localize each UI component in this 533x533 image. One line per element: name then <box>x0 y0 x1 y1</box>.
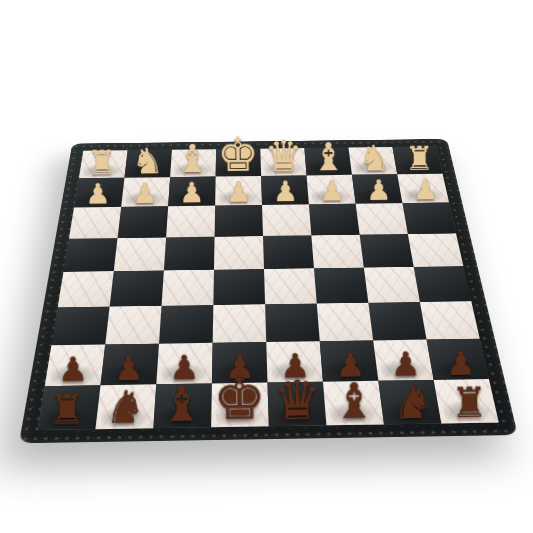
white-pawn: ♟ <box>272 178 298 206</box>
square-b3 <box>356 203 408 234</box>
square-b1: ♞ <box>348 147 397 175</box>
white-pawn: ♟ <box>132 179 158 207</box>
square-c2: ♟ <box>307 175 356 205</box>
black-queen: ♛ <box>273 373 322 428</box>
black-knight: ♞ <box>392 380 433 425</box>
chess-set-photo: ♜♞♝♚♛♝♞♜♟♟♟♟♟♟♟♟♟♟♟♟♟♟♟♟♜♞♝♚♛♝♞♜ <box>0 0 533 533</box>
square-b2: ♟ <box>352 174 402 204</box>
square-a3 <box>402 203 456 234</box>
square-g2: ♟ <box>121 177 170 207</box>
square-h3 <box>69 207 121 239</box>
square-c4 <box>311 235 364 269</box>
white-pawn: ♟ <box>179 179 205 207</box>
square-e6 <box>213 304 267 343</box>
square-f1: ♝ <box>170 149 216 177</box>
square-f3 <box>166 206 215 238</box>
square-e4 <box>214 236 264 270</box>
square-d8: ♛ <box>267 382 326 427</box>
square-f5 <box>162 270 214 306</box>
square-f4 <box>164 237 215 271</box>
square-g5 <box>110 270 164 306</box>
square-a1: ♜ <box>392 146 442 174</box>
square-g7: ♟ <box>101 344 159 386</box>
black-pawn: ♟ <box>58 353 88 387</box>
square-a4 <box>408 233 464 267</box>
square-d5 <box>264 268 317 304</box>
square-b8: ♞ <box>378 380 441 424</box>
black-pawn: ♟ <box>446 347 476 381</box>
board-rim: ♜♞♝♚♛♝♞♜♟♟♟♟♟♟♟♟♟♟♟♟♟♟♟♟♜♞♝♚♛♝♞♜ <box>19 139 518 443</box>
square-b5 <box>364 267 420 303</box>
square-h8: ♜ <box>37 385 100 430</box>
white-bishop: ♝ <box>175 140 210 179</box>
square-c1: ♝ <box>304 148 352 176</box>
square-e8: ♚ <box>211 383 269 428</box>
square-c5 <box>314 268 368 304</box>
square-b4 <box>360 234 414 268</box>
white-pawn: ♟ <box>366 176 391 204</box>
square-g6 <box>105 306 161 345</box>
square-a6 <box>420 301 480 339</box>
white-knight: ♞ <box>358 140 390 176</box>
square-f8: ♝ <box>153 383 212 428</box>
white-rook: ♜ <box>404 142 434 175</box>
white-knight: ♞ <box>131 143 163 179</box>
white-pawn: ♟ <box>319 177 345 205</box>
square-d2: ♟ <box>261 175 309 205</box>
square-g4 <box>114 237 166 271</box>
square-e3 <box>215 205 263 237</box>
white-pawn: ♟ <box>412 176 437 204</box>
chess-board: ♜♞♝♚♛♝♞♜♟♟♟♟♟♟♟♟♟♟♟♟♟♟♟♟♜♞♝♚♛♝♞♜ <box>19 139 518 443</box>
square-h6 <box>51 307 109 346</box>
black-rook: ♜ <box>450 382 487 424</box>
square-d1: ♛ <box>260 148 306 176</box>
square-f6 <box>159 305 213 344</box>
square-c8: ♝ <box>323 381 384 425</box>
black-rook: ♜ <box>48 389 86 431</box>
square-h4 <box>63 238 117 272</box>
black-king: ♚ <box>213 369 266 428</box>
white-king: ♚ <box>217 132 259 179</box>
square-c3 <box>309 204 360 236</box>
board-grid: ♜♞♝♚♛♝♞♜♟♟♟♟♟♟♟♟♟♟♟♟♟♟♟♟♜♞♝♚♛♝♞♜ <box>37 146 498 430</box>
black-bishop: ♝ <box>160 380 204 429</box>
square-b6 <box>368 302 426 340</box>
square-g1: ♞ <box>125 150 172 178</box>
white-pawn: ♟ <box>85 180 111 208</box>
square-h1: ♜ <box>79 150 128 178</box>
square-g3 <box>118 206 169 238</box>
square-a7: ♟ <box>427 339 489 380</box>
square-e2: ♟ <box>215 176 262 206</box>
square-h5 <box>58 271 114 307</box>
square-c6 <box>317 303 373 341</box>
square-d3 <box>262 204 311 236</box>
white-rook: ♜ <box>87 146 117 179</box>
square-g8: ♞ <box>95 384 156 429</box>
square-d6 <box>265 304 320 343</box>
black-bishop: ♝ <box>333 377 377 426</box>
square-a2: ♟ <box>397 174 449 204</box>
square-a8: ♜ <box>434 379 499 423</box>
white-bishop: ♝ <box>311 138 346 176</box>
square-d4 <box>263 235 314 269</box>
square-a5 <box>414 266 472 302</box>
square-f2: ♟ <box>168 177 215 207</box>
white-queen: ♛ <box>264 134 303 177</box>
square-b7: ♟ <box>373 340 433 381</box>
black-knight: ♞ <box>104 384 145 430</box>
square-e5 <box>213 269 265 305</box>
white-pawn: ♟ <box>226 178 252 206</box>
square-e1: ♚ <box>216 149 261 177</box>
square-h2: ♟ <box>74 178 124 208</box>
square-h7: ♟ <box>45 345 106 387</box>
